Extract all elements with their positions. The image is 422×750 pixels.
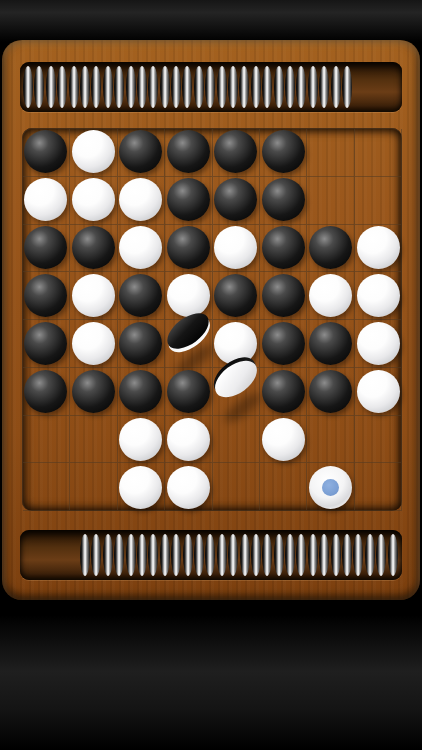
disc-white bbox=[357, 370, 400, 413]
tray-disc bbox=[331, 534, 341, 576]
tray-disc bbox=[251, 66, 261, 108]
disc-black bbox=[309, 322, 352, 365]
tray-disc bbox=[319, 66, 329, 108]
tray-disc bbox=[194, 66, 204, 108]
tray-disc bbox=[319, 534, 329, 576]
wooden-board-frame bbox=[2, 40, 420, 600]
tray-disc bbox=[205, 534, 215, 576]
board-cell-r7c1[interactable] bbox=[23, 416, 70, 464]
disc-black bbox=[24, 370, 67, 413]
disc-white bbox=[72, 178, 115, 221]
tray-disc bbox=[160, 534, 170, 576]
board-cell-r7c2[interactable] bbox=[70, 416, 117, 464]
tray-disc bbox=[365, 534, 375, 576]
disc-white bbox=[119, 418, 162, 461]
board-cell-r1c7[interactable] bbox=[307, 129, 354, 177]
disc-white bbox=[357, 322, 400, 365]
tray-disc bbox=[262, 66, 272, 108]
disc-black bbox=[262, 274, 305, 317]
disc-white bbox=[167, 466, 210, 509]
disc-white bbox=[119, 466, 162, 509]
tray-disc bbox=[34, 66, 44, 108]
tray-disc bbox=[274, 534, 284, 576]
tray-disc bbox=[240, 534, 250, 576]
board-cell-r8c2[interactable] bbox=[70, 463, 117, 511]
tray-disc bbox=[137, 534, 147, 576]
disc-black bbox=[72, 370, 115, 413]
tray-disc bbox=[194, 534, 204, 576]
tray-disc bbox=[57, 66, 67, 108]
board-cell-r7c5[interactable] bbox=[213, 416, 260, 464]
tray-disc bbox=[148, 66, 158, 108]
tray-disc bbox=[91, 66, 101, 108]
tray-disc bbox=[114, 534, 124, 576]
tray-disc bbox=[183, 534, 193, 576]
tray-disc bbox=[126, 534, 136, 576]
tray-top-discs bbox=[20, 62, 402, 112]
tray-disc bbox=[228, 66, 238, 108]
tray-disc bbox=[160, 66, 170, 108]
tray-disc bbox=[171, 66, 181, 108]
tray-bottom-discs bbox=[20, 530, 402, 580]
tray-disc bbox=[285, 534, 295, 576]
tray-disc bbox=[285, 66, 295, 108]
tray-disc bbox=[342, 66, 352, 108]
app-screen: 30 bbox=[0, 0, 422, 750]
last-move-dot-icon bbox=[322, 479, 339, 496]
disc-white-last-move bbox=[309, 466, 352, 509]
board-cell-r7c7[interactable] bbox=[307, 416, 354, 464]
disc-black bbox=[119, 322, 162, 365]
tray-disc bbox=[239, 66, 249, 108]
board-cell-r2c8[interactable] bbox=[355, 177, 402, 225]
tray-disc bbox=[251, 534, 261, 576]
tray-disc bbox=[80, 534, 90, 576]
tray-disc bbox=[376, 534, 386, 576]
tray-disc bbox=[296, 66, 306, 108]
board-cell-r8c6[interactable] bbox=[260, 463, 307, 511]
disc-black bbox=[167, 178, 210, 221]
board-cell-r8c8[interactable] bbox=[355, 463, 402, 511]
disc-white bbox=[72, 322, 115, 365]
tray-disc bbox=[114, 66, 124, 108]
tray-disc bbox=[80, 66, 90, 108]
tray-disc bbox=[126, 66, 136, 108]
tray-disc bbox=[91, 534, 101, 576]
disc-white bbox=[262, 418, 305, 461]
tray-disc bbox=[171, 534, 181, 576]
disc-black bbox=[167, 226, 210, 269]
board-grid[interactable] bbox=[22, 128, 402, 511]
disc-white bbox=[357, 274, 400, 317]
board-cell-r8c5[interactable] bbox=[213, 463, 260, 511]
board-cell-r1c8[interactable] bbox=[355, 129, 402, 177]
disc-black bbox=[119, 370, 162, 413]
disc-black bbox=[72, 226, 115, 269]
disc-black bbox=[262, 226, 305, 269]
disc-black bbox=[24, 322, 67, 365]
tray-disc bbox=[103, 66, 113, 108]
tray-disc bbox=[296, 534, 306, 576]
disc-black bbox=[262, 130, 305, 173]
tray-disc bbox=[103, 534, 113, 576]
disc-black bbox=[262, 178, 305, 221]
tray-disc bbox=[308, 66, 318, 108]
board-cell-r8c1[interactable] bbox=[23, 463, 70, 511]
disc-black bbox=[167, 130, 210, 173]
tray-disc bbox=[217, 534, 227, 576]
disc-black bbox=[167, 370, 210, 413]
tray-disc bbox=[23, 66, 33, 108]
disc-white bbox=[357, 226, 400, 269]
disc-black bbox=[262, 322, 305, 365]
tray-disc bbox=[137, 66, 147, 108]
status-bar bbox=[0, 0, 422, 42]
tray-disc bbox=[342, 534, 352, 576]
board-cell-r7c8[interactable] bbox=[355, 416, 402, 464]
tray-disc bbox=[228, 534, 238, 576]
tray-disc bbox=[69, 66, 79, 108]
disc-white bbox=[72, 130, 115, 173]
disc-tray-bottom bbox=[20, 530, 402, 580]
disc-black bbox=[309, 370, 352, 413]
tray-disc bbox=[308, 534, 318, 576]
tray-disc bbox=[205, 66, 215, 108]
tray-disc bbox=[331, 66, 341, 108]
tray-disc bbox=[353, 534, 363, 576]
disc-white bbox=[167, 418, 210, 461]
tray-disc bbox=[148, 534, 158, 576]
tray-disc bbox=[274, 66, 284, 108]
tray-disc bbox=[46, 66, 56, 108]
disc-black bbox=[262, 370, 305, 413]
tray-disc bbox=[182, 66, 192, 108]
disc-tray-top bbox=[20, 62, 402, 112]
tray-disc bbox=[262, 534, 272, 576]
disc-white bbox=[72, 274, 115, 317]
tray-disc bbox=[388, 534, 398, 576]
toolbar: 30 bbox=[0, 630, 422, 720]
board-cell-r2c7[interactable] bbox=[307, 177, 354, 225]
tray-disc bbox=[217, 66, 227, 108]
